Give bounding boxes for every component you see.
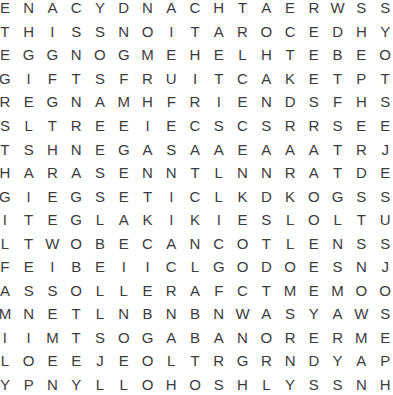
grid-cell-r5c16[interactable]: H: [349, 90, 373, 114]
grid-cell-r16c17[interactable]: P: [373, 349, 393, 373]
grid-cell-r11c11[interactable]: O: [231, 231, 255, 255]
grid-cell-r14c3[interactable]: E: [41, 302, 65, 326]
grid-cell-r6c4[interactable]: R: [64, 114, 88, 138]
grid-cell-r11c2[interactable]: T: [17, 231, 41, 255]
grid-cell-r15c15[interactable]: R: [326, 326, 350, 350]
grid-cell-r11c1[interactable]: L: [0, 231, 17, 255]
grid-cell-r4c8[interactable]: U: [159, 67, 183, 91]
grid-cell-r6c15[interactable]: S: [326, 114, 350, 138]
grid-cell-r1c14[interactable]: R: [302, 0, 326, 20]
grid-cell-r11c5[interactable]: B: [88, 231, 112, 255]
grid-cell-r14c4[interactable]: T: [64, 302, 88, 326]
grid-cell-r2c3[interactable]: I: [41, 20, 65, 44]
grid-cell-r10c16[interactable]: T: [349, 208, 373, 232]
grid-cell-r17c11[interactable]: H: [231, 373, 255, 395]
grid-cell-r1c10[interactable]: H: [207, 0, 231, 20]
grid-cell-r10c3[interactable]: E: [41, 208, 65, 232]
grid-cell-r2c12[interactable]: O: [254, 20, 278, 44]
grid-cell-r12c4[interactable]: B: [64, 255, 88, 279]
grid-cell-r16c11[interactable]: G: [231, 349, 255, 373]
grid-cell-r5c9[interactable]: R: [183, 90, 207, 114]
grid-cell-r16c3[interactable]: E: [41, 349, 65, 373]
grid-cell-r6c2[interactable]: L: [17, 114, 41, 138]
grid-cell-r11c13[interactable]: L: [278, 231, 302, 255]
grid-cell-r13c16[interactable]: O: [349, 279, 373, 303]
grid-cell-r2c11[interactable]: R: [231, 20, 255, 44]
grid-cell-r9c5[interactable]: S: [88, 184, 112, 208]
grid-cell-r5c4[interactable]: N: [64, 90, 88, 114]
grid-cell-r12c7[interactable]: I: [136, 255, 160, 279]
grid-cell-r12c12[interactable]: D: [254, 255, 278, 279]
grid-cell-r4c5[interactable]: S: [88, 67, 112, 91]
grid-cell-r5c11[interactable]: E: [231, 90, 255, 114]
grid-cell-r9c6[interactable]: E: [112, 184, 136, 208]
grid-cell-r14c17[interactable]: S: [373, 302, 393, 326]
grid-cell-r2c8[interactable]: I: [159, 20, 183, 44]
grid-cell-r13c14[interactable]: E: [302, 279, 326, 303]
grid-cell-r16c7[interactable]: O: [136, 349, 160, 373]
grid-cell-r13c13[interactable]: M: [278, 279, 302, 303]
grid-cell-r17c15[interactable]: S: [326, 373, 350, 395]
grid-cell-r1c9[interactable]: C: [183, 0, 207, 20]
grid-cell-r2c14[interactable]: E: [302, 20, 326, 44]
grid-cell-r17c16[interactable]: N: [349, 373, 373, 395]
grid-cell-r13c9[interactable]: A: [183, 279, 207, 303]
grid-cell-r4c15[interactable]: T: [326, 67, 350, 91]
grid-cell-r11c16[interactable]: S: [349, 231, 373, 255]
grid-cell-r7c10[interactable]: A: [207, 137, 231, 161]
grid-cell-r10c2[interactable]: T: [17, 208, 41, 232]
grid-cell-r13c11[interactable]: C: [231, 279, 255, 303]
grid-cell-r6c11[interactable]: C: [231, 114, 255, 138]
grid-cell-r1c17[interactable]: S: [373, 0, 393, 20]
grid-cell-r15c6[interactable]: O: [112, 326, 136, 350]
grid-cell-r4c16[interactable]: P: [349, 67, 373, 91]
word-search-board: ENACYDNACHTAERWSSTHISSNOITAROCEDHYEGGNOG…: [0, 0, 393, 395]
grid-cell-r15c10[interactable]: A: [207, 326, 231, 350]
grid-cell-r6c10[interactable]: S: [207, 114, 231, 138]
grid-cell-r8c3[interactable]: R: [41, 161, 65, 185]
grid-cell-r13c15[interactable]: M: [326, 279, 350, 303]
grid-cell-r4c7[interactable]: R: [136, 67, 160, 91]
grid-cell-r1c11[interactable]: T: [231, 0, 255, 20]
grid-cell-r12c17[interactable]: J: [373, 255, 393, 279]
grid-cell-r12c10[interactable]: G: [207, 255, 231, 279]
grid-cell-r7c3[interactable]: H: [41, 137, 65, 161]
grid-cell-r11c3[interactable]: W: [41, 231, 65, 255]
grid-cell-r8c1[interactable]: H: [0, 161, 17, 185]
grid-cell-r16c14[interactable]: D: [302, 349, 326, 373]
grid-cell-r12c5[interactable]: E: [88, 255, 112, 279]
grid-cell-r6c5[interactable]: E: [88, 114, 112, 138]
grid-cell-r13c3[interactable]: S: [41, 279, 65, 303]
grid-cell-r8c15[interactable]: T: [326, 161, 350, 185]
grid-cell-r9c15[interactable]: G: [326, 184, 350, 208]
grid-cell-r1c8[interactable]: A: [159, 0, 183, 20]
grid-cell-r11c4[interactable]: O: [64, 231, 88, 255]
grid-cell-r4c6[interactable]: F: [112, 67, 136, 91]
grid-cell-r4c3[interactable]: F: [41, 67, 65, 91]
grid-cell-r14c6[interactable]: N: [112, 302, 136, 326]
grid-cell-r7c15[interactable]: T: [326, 137, 350, 161]
grid-cell-r13c12[interactable]: T: [254, 279, 278, 303]
grid-cell-r6c7[interactable]: I: [136, 114, 160, 138]
grid-cell-r9c3[interactable]: E: [41, 184, 65, 208]
grid-cell-r14c11[interactable]: W: [231, 302, 255, 326]
grid-cell-r7c16[interactable]: R: [349, 137, 373, 161]
grid-cell-r14c9[interactable]: B: [183, 302, 207, 326]
grid-cell-r16c16[interactable]: A: [349, 349, 373, 373]
grid-cell-r11c8[interactable]: A: [159, 231, 183, 255]
grid-cell-r5c15[interactable]: F: [326, 90, 350, 114]
grid-cell-r8c11[interactable]: N: [231, 161, 255, 185]
grid-cell-r8c17[interactable]: E: [373, 161, 393, 185]
grid-cell-r8c9[interactable]: T: [183, 161, 207, 185]
grid-cell-r7c11[interactable]: E: [231, 137, 255, 161]
grid-cell-r10c14[interactable]: O: [302, 208, 326, 232]
grid-cell-r15c9[interactable]: B: [183, 326, 207, 350]
grid-cell-r5c17[interactable]: S: [373, 90, 393, 114]
grid-cell-r3c12[interactable]: H: [254, 43, 278, 67]
grid-cell-r17c13[interactable]: Y: [278, 373, 302, 395]
grid-cell-r9c14[interactable]: O: [302, 184, 326, 208]
grid-cell-r10c5[interactable]: L: [88, 208, 112, 232]
grid-cell-r1c13[interactable]: E: [278, 0, 302, 20]
grid-cell-r4c9[interactable]: I: [183, 67, 207, 91]
grid-cell-r6c3[interactable]: T: [41, 114, 65, 138]
grid-cell-r6c9[interactable]: C: [183, 114, 207, 138]
grid-cell-r17c9[interactable]: O: [183, 373, 207, 395]
grid-cell-r2c10[interactable]: A: [207, 20, 231, 44]
grid-cell-r2c1[interactable]: T: [0, 20, 17, 44]
grid-cell-r13c8[interactable]: R: [159, 279, 183, 303]
grid-cell-r7c9[interactable]: A: [183, 137, 207, 161]
grid-cell-r6c16[interactable]: E: [349, 114, 373, 138]
grid-cell-r4c11[interactable]: C: [231, 67, 255, 91]
grid-cell-r10c7[interactable]: K: [136, 208, 160, 232]
grid-cell-r11c14[interactable]: E: [302, 231, 326, 255]
grid-cell-r17c17[interactable]: H: [373, 373, 393, 395]
grid-cell-r1c12[interactable]: A: [254, 0, 278, 20]
grid-cell-r17c3[interactable]: N: [41, 373, 65, 395]
grid-cell-r7c2[interactable]: S: [17, 137, 41, 161]
grid-cell-r3c16[interactable]: E: [349, 43, 373, 67]
grid-cell-r9c10[interactable]: L: [207, 184, 231, 208]
grid-cell-r5c3[interactable]: G: [41, 90, 65, 114]
grid-cell-r3c13[interactable]: T: [278, 43, 302, 67]
grid-cell-r8c10[interactable]: L: [207, 161, 231, 185]
grid-cell-r3c14[interactable]: E: [302, 43, 326, 67]
grid-cell-r15c11[interactable]: N: [231, 326, 255, 350]
grid-cell-r2c6[interactable]: N: [112, 20, 136, 44]
grid-cell-r16c1[interactable]: L: [0, 349, 17, 373]
grid-cell-r2c13[interactable]: C: [278, 20, 302, 44]
grid-cell-r4c10[interactable]: T: [207, 67, 231, 91]
grid-cell-r3c6[interactable]: G: [112, 43, 136, 67]
grid-cell-r16c13[interactable]: N: [278, 349, 302, 373]
grid-cell-r6c1[interactable]: S: [0, 114, 17, 138]
grid-cell-r2c17[interactable]: Y: [373, 20, 393, 44]
grid-cell-r4c4[interactable]: T: [64, 67, 88, 91]
grid-cell-r12c11[interactable]: O: [231, 255, 255, 279]
grid-cell-r14c15[interactable]: A: [326, 302, 350, 326]
grid-cell-r3c3[interactable]: G: [41, 43, 65, 67]
grid-cell-r1c15[interactable]: W: [326, 0, 350, 20]
grid-cell-r3c1[interactable]: E: [0, 43, 17, 67]
grid-cell-r15c5[interactable]: S: [88, 326, 112, 350]
grid-cell-r3c9[interactable]: H: [183, 43, 207, 67]
grid-cell-r9c12[interactable]: D: [254, 184, 278, 208]
grid-cell-r8c2[interactable]: A: [17, 161, 41, 185]
grid-cell-r16c9[interactable]: T: [183, 349, 207, 373]
grid-cell-r17c2[interactable]: P: [17, 373, 41, 395]
grid-cell-r14c12[interactable]: A: [254, 302, 278, 326]
grid-cell-r10c10[interactable]: I: [207, 208, 231, 232]
grid-cell-r5c12[interactable]: N: [254, 90, 278, 114]
grid-cell-r6c17[interactable]: E: [373, 114, 393, 138]
grid-cell-r13c7[interactable]: E: [136, 279, 160, 303]
grid-cell-r5c6[interactable]: M: [112, 90, 136, 114]
grid-cell-r11c12[interactable]: T: [254, 231, 278, 255]
grid-cell-r15c16[interactable]: M: [349, 326, 373, 350]
grid-cell-r12c9[interactable]: L: [183, 255, 207, 279]
grid-cell-r1c4[interactable]: C: [64, 0, 88, 20]
grid-cell-r10c15[interactable]: L: [326, 208, 350, 232]
grid-cell-r12c1[interactable]: F: [0, 255, 17, 279]
grid-cell-r7c13[interactable]: A: [278, 137, 302, 161]
grid-cell-r5c5[interactable]: A: [88, 90, 112, 114]
grid-cell-r2c16[interactable]: H: [349, 20, 373, 44]
grid-cell-r5c7[interactable]: H: [136, 90, 160, 114]
grid-cell-r17c12[interactable]: L: [254, 373, 278, 395]
grid-cell-r8c5[interactable]: S: [88, 161, 112, 185]
grid-cell-r1c6[interactable]: D: [112, 0, 136, 20]
grid-cell-r4c12[interactable]: A: [254, 67, 278, 91]
grid-cell-r15c17[interactable]: E: [373, 326, 393, 350]
grid-cell-r16c12[interactable]: R: [254, 349, 278, 373]
grid-cell-r4c1[interactable]: G: [0, 67, 17, 91]
grid-cell-r1c3[interactable]: A: [41, 0, 65, 20]
grid-cell-r5c1[interactable]: R: [0, 90, 17, 114]
grid-cell-r14c10[interactable]: N: [207, 302, 231, 326]
grid-cell-r13c2[interactable]: S: [17, 279, 41, 303]
grid-cell-r5c8[interactable]: F: [159, 90, 183, 114]
grid-cell-r9c17[interactable]: S: [373, 184, 393, 208]
grid-cell-r7c5[interactable]: E: [88, 137, 112, 161]
grid-cell-r1c2[interactable]: N: [17, 0, 41, 20]
grid-cell-r10c11[interactable]: E: [231, 208, 255, 232]
grid-cell-r2c2[interactable]: H: [17, 20, 41, 44]
grid-cell-r15c1[interactable]: I: [0, 326, 17, 350]
grid-cell-r6c14[interactable]: R: [302, 114, 326, 138]
grid-cell-r9c1[interactable]: G: [0, 184, 17, 208]
grid-cell-r10c6[interactable]: A: [112, 208, 136, 232]
grid-cell-r14c14[interactable]: Y: [302, 302, 326, 326]
grid-cell-r15c4[interactable]: T: [64, 326, 88, 350]
grid-cell-r15c12[interactable]: O: [254, 326, 278, 350]
grid-cell-r7c1[interactable]: T: [0, 137, 17, 161]
grid-cell-r3c8[interactable]: E: [159, 43, 183, 67]
grid-cell-r1c16[interactable]: S: [349, 0, 373, 20]
grid-cell-r1c1[interactable]: E: [0, 0, 17, 20]
grid-cell-r15c14[interactable]: E: [302, 326, 326, 350]
grid-cell-r13c5[interactable]: L: [88, 279, 112, 303]
grid-cell-r15c8[interactable]: A: [159, 326, 183, 350]
grid-cell-r4c13[interactable]: K: [278, 67, 302, 91]
grid-cell-r2c15[interactable]: D: [326, 20, 350, 44]
grid-cell-r15c3[interactable]: M: [41, 326, 65, 350]
grid-cell-r7c4[interactable]: N: [64, 137, 88, 161]
grid-cell-r6c13[interactable]: R: [278, 114, 302, 138]
grid-cell-r17c4[interactable]: Y: [64, 373, 88, 395]
grid-cell-r4c17[interactable]: T: [373, 67, 393, 91]
grid-cell-r14c2[interactable]: N: [17, 302, 41, 326]
grid-cell-r3c15[interactable]: B: [326, 43, 350, 67]
grid-cell-r10c1[interactable]: I: [0, 208, 17, 232]
grid-cell-r15c7[interactable]: G: [136, 326, 160, 350]
grid-cell-r16c5[interactable]: J: [88, 349, 112, 373]
grid-cell-r14c7[interactable]: B: [136, 302, 160, 326]
grid-cell-r12c16[interactable]: N: [349, 255, 373, 279]
grid-cell-r13c1[interactable]: A: [0, 279, 17, 303]
grid-cell-r11c15[interactable]: N: [326, 231, 350, 255]
grid-cell-r17c5[interactable]: L: [88, 373, 112, 395]
grid-cell-r7c12[interactable]: A: [254, 137, 278, 161]
grid-cell-r4c14[interactable]: E: [302, 67, 326, 91]
grid-cell-r7c8[interactable]: S: [159, 137, 183, 161]
grid-cell-r13c6[interactable]: L: [112, 279, 136, 303]
grid-cell-r11c10[interactable]: C: [207, 231, 231, 255]
grid-cell-r5c10[interactable]: I: [207, 90, 231, 114]
grid-cell-r6c8[interactable]: E: [159, 114, 183, 138]
grid-cell-r8c8[interactable]: N: [159, 161, 183, 185]
grid-cell-r14c16[interactable]: W: [349, 302, 373, 326]
grid-cell-r7c6[interactable]: G: [112, 137, 136, 161]
grid-cell-r6c12[interactable]: S: [254, 114, 278, 138]
grid-cell-r9c13[interactable]: K: [278, 184, 302, 208]
grid-cell-r10c13[interactable]: L: [278, 208, 302, 232]
grid-cell-r17c8[interactable]: H: [159, 373, 183, 395]
grid-cell-r12c2[interactable]: E: [17, 255, 41, 279]
grid-cell-r12c8[interactable]: C: [159, 255, 183, 279]
grid-cell-r11c7[interactable]: C: [136, 231, 160, 255]
grid-cell-r16c4[interactable]: E: [64, 349, 88, 373]
grid-cell-r16c6[interactable]: E: [112, 349, 136, 373]
grid-cell-r12c15[interactable]: S: [326, 255, 350, 279]
grid-cell-r17c10[interactable]: S: [207, 373, 231, 395]
grid-cell-r3c10[interactable]: E: [207, 43, 231, 67]
grid-cell-r8c13[interactable]: R: [278, 161, 302, 185]
grid-cell-r8c4[interactable]: A: [64, 161, 88, 185]
grid-cell-r16c8[interactable]: L: [159, 349, 183, 373]
grid-cell-r13c10[interactable]: F: [207, 279, 231, 303]
word-search-grid: ENACYDNACHTAERWSSTHISSNOITAROCEDHYEGGNOG…: [0, 0, 393, 395]
grid-cell-r8c7[interactable]: N: [136, 161, 160, 185]
grid-cell-r3c4[interactable]: N: [64, 43, 88, 67]
grid-cell-r10c4[interactable]: G: [64, 208, 88, 232]
grid-cell-r9c7[interactable]: T: [136, 184, 160, 208]
grid-cell-r8c14[interactable]: A: [302, 161, 326, 185]
grid-cell-r7c14[interactable]: A: [302, 137, 326, 161]
grid-cell-r5c14[interactable]: S: [302, 90, 326, 114]
grid-cell-r9c16[interactable]: S: [349, 184, 373, 208]
grid-cell-r2c7[interactable]: O: [136, 20, 160, 44]
grid-cell-r5c2[interactable]: E: [17, 90, 41, 114]
grid-cell-r3c7[interactable]: M: [136, 43, 160, 67]
grid-cell-r5c13[interactable]: D: [278, 90, 302, 114]
grid-cell-r15c2[interactable]: I: [17, 326, 41, 350]
grid-cell-r9c2[interactable]: I: [17, 184, 41, 208]
grid-cell-r4c2[interactable]: I: [17, 67, 41, 91]
grid-cell-r9c11[interactable]: K: [231, 184, 255, 208]
grid-cell-r14c8[interactable]: N: [159, 302, 183, 326]
grid-cell-r14c13[interactable]: S: [278, 302, 302, 326]
grid-cell-r12c6[interactable]: I: [112, 255, 136, 279]
grid-cell-r13c4[interactable]: O: [64, 279, 88, 303]
grid-cell-r10c12[interactable]: S: [254, 208, 278, 232]
grid-cell-r2c4[interactable]: S: [64, 20, 88, 44]
grid-cell-r15c13[interactable]: R: [278, 326, 302, 350]
grid-cell-r2c9[interactable]: T: [183, 20, 207, 44]
grid-cell-r7c7[interactable]: A: [136, 137, 160, 161]
grid-cell-r3c5[interactable]: O: [88, 43, 112, 67]
grid-cell-r16c15[interactable]: Y: [326, 349, 350, 373]
grid-cell-r12c13[interactable]: O: [278, 255, 302, 279]
grid-cell-r13c17[interactable]: O: [373, 279, 393, 303]
grid-cell-r11c9[interactable]: N: [183, 231, 207, 255]
grid-cell-r7c17[interactable]: J: [373, 137, 393, 161]
grid-cell-r17c1[interactable]: Y: [0, 373, 17, 395]
grid-cell-r17c14[interactable]: S: [302, 373, 326, 395]
grid-cell-r11c17[interactable]: S: [373, 231, 393, 255]
grid-cell-r17c7[interactable]: O: [136, 373, 160, 395]
grid-cell-r12c3[interactable]: I: [41, 255, 65, 279]
grid-cell-r6c6[interactable]: E: [112, 114, 136, 138]
grid-cell-r10c17[interactable]: U: [373, 208, 393, 232]
grid-cell-r3c2[interactable]: G: [17, 43, 41, 67]
grid-cell-r8c16[interactable]: D: [349, 161, 373, 185]
grid-cell-r1c7[interactable]: N: [136, 0, 160, 20]
grid-cell-r8c6[interactable]: E: [112, 161, 136, 185]
grid-cell-r14c1[interactable]: M: [0, 302, 17, 326]
grid-cell-r8c12[interactable]: N: [254, 161, 278, 185]
grid-cell-r11c6[interactable]: E: [112, 231, 136, 255]
grid-cell-r9c8[interactable]: I: [159, 184, 183, 208]
grid-cell-r10c9[interactable]: K: [183, 208, 207, 232]
grid-cell-r16c2[interactable]: O: [17, 349, 41, 373]
grid-cell-r3c17[interactable]: O: [373, 43, 393, 67]
grid-cell-r14c5[interactable]: L: [88, 302, 112, 326]
grid-cell-r16c10[interactable]: R: [207, 349, 231, 373]
grid-cell-r12c14[interactable]: E: [302, 255, 326, 279]
grid-cell-r17c6[interactable]: L: [112, 373, 136, 395]
grid-cell-r1c5[interactable]: Y: [88, 0, 112, 20]
grid-cell-r2c5[interactable]: S: [88, 20, 112, 44]
grid-cell-r9c9[interactable]: C: [183, 184, 207, 208]
grid-cell-r9c4[interactable]: G: [64, 184, 88, 208]
grid-cell-r3c11[interactable]: L: [231, 43, 255, 67]
grid-cell-r10c8[interactable]: I: [159, 208, 183, 232]
